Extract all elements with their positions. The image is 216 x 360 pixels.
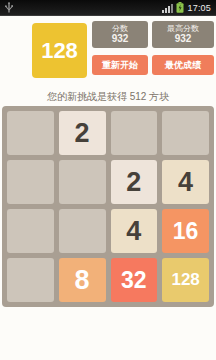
clock: 17:05 [187, 3, 211, 13]
tile-128-r4c4: 128 [162, 258, 209, 302]
signal-icon [162, 0, 173, 17]
empty-cell-r4c1 [7, 258, 54, 302]
tile-4-r3c3: 4 [111, 209, 158, 253]
best-results-button[interactable]: 最优成绩 [152, 55, 214, 75]
empty-cell-r1c3 [111, 111, 158, 155]
best-score-value: 932 [175, 33, 192, 45]
restart-button[interactable]: 重新开始 [92, 55, 148, 75]
score-value: 932 [112, 33, 129, 45]
app-screen: 17:05 128 分数 932 最高分数 932 重新开始 最优成绩 您的新挑… [0, 0, 216, 360]
tile-8-r4c2: 8 [59, 258, 106, 302]
best-score-label: 最高分数 [167, 24, 199, 33]
tile-2-r2c3: 2 [111, 160, 158, 204]
current-max-tile: 128 [32, 23, 87, 78]
battery-charging-icon [176, 0, 184, 17]
usb-icon [5, 0, 13, 17]
score-label: 分数 [112, 24, 128, 33]
tile-4-r2c4: 4 [162, 160, 209, 204]
empty-cell-r3c1 [7, 209, 54, 253]
score-box: 分数 932 [92, 21, 148, 48]
empty-cell-r2c1 [7, 160, 54, 204]
tile-2-r1c2: 2 [59, 111, 106, 155]
best-score-box: 最高分数 932 [152, 21, 214, 48]
board[interactable]: 224416832128 [2, 106, 214, 307]
tile-32-r4c3: 32 [111, 258, 158, 302]
empty-cell-r2c2 [59, 160, 106, 204]
current-max-tile-value: 128 [41, 38, 78, 64]
empty-cell-r1c4 [162, 111, 209, 155]
empty-cell-r1c1 [7, 111, 54, 155]
challenge-text: 您的新挑战是获得 512 方块 [0, 90, 216, 104]
tile-16-r3c4: 16 [162, 209, 209, 253]
status-bar: 17:05 [0, 0, 216, 16]
empty-cell-r3c2 [59, 209, 106, 253]
